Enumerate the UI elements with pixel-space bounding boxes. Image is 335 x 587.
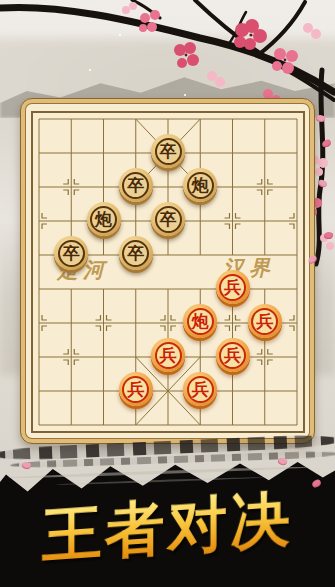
piece-red-soldier[interactable]: 兵 <box>248 304 282 338</box>
piece-black-soldier[interactable]: 卒 <box>151 202 185 236</box>
piece-character: 兵 <box>119 372 153 406</box>
piece-character: 兵 <box>216 270 250 304</box>
piece-character: 炮 <box>87 202 121 236</box>
piece-black-soldier[interactable]: 卒 <box>119 168 153 202</box>
piece-character: 卒 <box>54 236 88 270</box>
piece-character: 炮 <box>183 168 217 202</box>
game-screen: 楚河 汉界 卒卒炮炮卒卒卒兵炮兵兵兵兵兵 王者对决 <box>0 0 335 587</box>
piece-character: 卒 <box>119 236 153 270</box>
piece-black-cannon[interactable]: 炮 <box>183 168 217 202</box>
piece-character: 兵 <box>248 304 282 338</box>
piece-character: 卒 <box>151 202 185 236</box>
piece-character: 炮 <box>183 304 217 338</box>
pieces-layer: 卒卒炮炮卒卒卒兵炮兵兵兵兵兵 <box>23 102 313 442</box>
xiangqi-board: 楚河 汉界 卒卒炮炮卒卒卒兵炮兵兵兵兵兵 <box>20 98 315 444</box>
piece-character: 卒 <box>151 134 185 168</box>
piece-black-soldier[interactable]: 卒 <box>151 134 185 168</box>
piece-red-soldier[interactable]: 兵 <box>183 372 217 406</box>
petal-decoration <box>21 461 32 470</box>
piece-red-soldier[interactable]: 兵 <box>119 372 153 406</box>
piece-black-cannon[interactable]: 炮 <box>87 202 121 236</box>
piece-black-soldier[interactable]: 卒 <box>54 236 88 270</box>
piece-black-soldier[interactable]: 卒 <box>119 236 153 270</box>
piece-character: 兵 <box>151 338 185 372</box>
piece-red-cannon[interactable]: 炮 <box>183 304 217 338</box>
piece-character: 卒 <box>119 168 153 202</box>
piece-red-soldier[interactable]: 兵 <box>151 338 185 372</box>
piece-red-soldier[interactable]: 兵 <box>216 270 250 304</box>
piece-character: 兵 <box>183 372 217 406</box>
piece-character: 兵 <box>216 338 250 372</box>
piece-red-soldier[interactable]: 兵 <box>216 338 250 372</box>
